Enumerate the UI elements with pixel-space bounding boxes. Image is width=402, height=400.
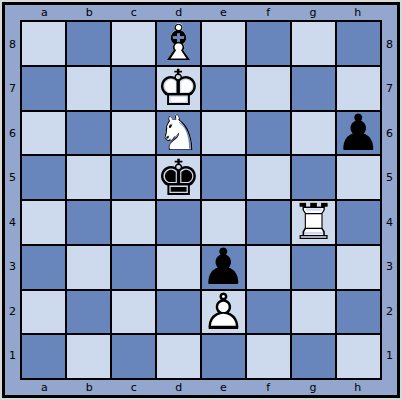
piece-black-pawn: ♟ — [337, 112, 380, 155]
square-b6[interactable] — [67, 112, 110, 155]
square-f6[interactable] — [247, 112, 290, 155]
square-f4[interactable] — [247, 201, 290, 244]
chess-diagram: abcdefgh 87654321 ♝♗♚♔♞♘♟♚♜♖♟♟♙ 87654321… — [0, 0, 402, 400]
square-a1[interactable] — [22, 335, 65, 378]
file-label-g: g — [291, 380, 336, 395]
square-g7[interactable] — [292, 67, 335, 110]
square-a4[interactable] — [22, 201, 65, 244]
piece-outline-glyph: ♙ — [202, 291, 245, 334]
square-b4[interactable] — [67, 201, 110, 244]
file-label-d: d — [156, 380, 201, 395]
square-f2[interactable] — [247, 291, 290, 334]
rank-label-7: 7 — [5, 67, 20, 112]
square-b1[interactable] — [67, 335, 110, 378]
square-h4[interactable] — [337, 201, 380, 244]
rank-labels-right: 87654321 — [382, 20, 397, 380]
square-c1[interactable] — [112, 335, 155, 378]
square-e6[interactable] — [202, 112, 245, 155]
square-a3[interactable] — [22, 246, 65, 289]
square-e5[interactable] — [202, 156, 245, 199]
square-h1[interactable] — [337, 335, 380, 378]
rank-label-8: 8 — [5, 22, 20, 67]
rank-label-4: 4 — [382, 200, 397, 245]
square-g8[interactable] — [292, 22, 335, 65]
square-f3[interactable] — [247, 246, 290, 289]
rank-label-8: 8 — [382, 22, 397, 67]
square-b8[interactable] — [67, 22, 110, 65]
square-a6[interactable] — [22, 112, 65, 155]
square-a8[interactable] — [22, 22, 65, 65]
rank-label-2: 2 — [5, 289, 20, 334]
piece-white-knight: ♞♘ — [157, 112, 200, 155]
square-d3[interactable] — [157, 246, 200, 289]
rank-label-4: 4 — [5, 200, 20, 245]
square-f7[interactable] — [247, 67, 290, 110]
square-c7[interactable] — [112, 67, 155, 110]
piece-black-king: ♚ — [157, 156, 200, 199]
square-h8[interactable] — [337, 22, 380, 65]
file-labels-bottom: abcdefgh — [20, 380, 382, 395]
file-label-g: g — [291, 5, 336, 20]
square-d4[interactable] — [157, 201, 200, 244]
file-label-b: b — [67, 380, 112, 395]
rank-label-6: 6 — [382, 111, 397, 156]
square-c6[interactable] — [112, 112, 155, 155]
board: ♝♗♚♔♞♘♟♚♜♖♟♟♙ — [20, 20, 382, 380]
square-f8[interactable] — [247, 22, 290, 65]
square-g3[interactable] — [292, 246, 335, 289]
square-h6[interactable]: ♟ — [337, 112, 380, 155]
square-b3[interactable] — [67, 246, 110, 289]
rank-label-5: 5 — [382, 156, 397, 201]
piece-white-rook: ♜♖ — [292, 201, 335, 244]
square-c5[interactable] — [112, 156, 155, 199]
square-e2[interactable]: ♟♙ — [202, 291, 245, 334]
rank-label-3: 3 — [382, 245, 397, 290]
square-b2[interactable] — [67, 291, 110, 334]
square-g1[interactable] — [292, 335, 335, 378]
square-c8[interactable] — [112, 22, 155, 65]
file-label-a: a — [22, 380, 67, 395]
square-e7[interactable] — [202, 67, 245, 110]
file-label-b: b — [67, 5, 112, 20]
square-g4[interactable]: ♜♖ — [292, 201, 335, 244]
square-d5[interactable]: ♚ — [157, 156, 200, 199]
square-h5[interactable] — [337, 156, 380, 199]
file-label-h: h — [335, 380, 380, 395]
piece-outline-glyph: ♖ — [292, 201, 335, 244]
rank-labels-left: 87654321 — [5, 20, 20, 380]
square-h3[interactable] — [337, 246, 380, 289]
square-h2[interactable] — [337, 291, 380, 334]
square-g6[interactable] — [292, 112, 335, 155]
piece-white-pawn: ♟♙ — [202, 291, 245, 334]
square-f5[interactable] — [247, 156, 290, 199]
square-b5[interactable] — [67, 156, 110, 199]
rank-label-1: 1 — [5, 334, 20, 379]
file-label-c: c — [112, 380, 157, 395]
file-label-c: c — [112, 5, 157, 20]
square-d2[interactable] — [157, 291, 200, 334]
square-a7[interactable] — [22, 67, 65, 110]
square-a5[interactable] — [22, 156, 65, 199]
rank-label-3: 3 — [5, 245, 20, 290]
file-labels-top: abcdefgh — [20, 5, 382, 20]
file-label-f: f — [246, 5, 291, 20]
rank-label-5: 5 — [5, 156, 20, 201]
rank-label-2: 2 — [382, 289, 397, 334]
file-label-a: a — [22, 5, 67, 20]
rank-label-1: 1 — [382, 334, 397, 379]
square-c3[interactable] — [112, 246, 155, 289]
file-label-f: f — [246, 380, 291, 395]
square-d6[interactable]: ♞♘ — [157, 112, 200, 155]
piece-outline-glyph: ♘ — [157, 112, 200, 155]
rank-label-7: 7 — [382, 67, 397, 112]
rank-label-6: 6 — [5, 111, 20, 156]
square-c2[interactable] — [112, 291, 155, 334]
square-d1[interactable] — [157, 335, 200, 378]
file-label-h: h — [335, 5, 380, 20]
square-e1[interactable] — [202, 335, 245, 378]
square-a2[interactable] — [22, 291, 65, 334]
square-c4[interactable] — [112, 201, 155, 244]
board-frame: abcdefgh 87654321 ♝♗♚♔♞♘♟♚♜♖♟♟♙ 87654321… — [2, 2, 400, 398]
square-b7[interactable] — [67, 67, 110, 110]
square-f1[interactable] — [247, 335, 290, 378]
square-g2[interactable] — [292, 291, 335, 334]
square-e8[interactable] — [202, 22, 245, 65]
file-label-e: e — [201, 5, 246, 20]
file-label-e: e — [201, 380, 246, 395]
